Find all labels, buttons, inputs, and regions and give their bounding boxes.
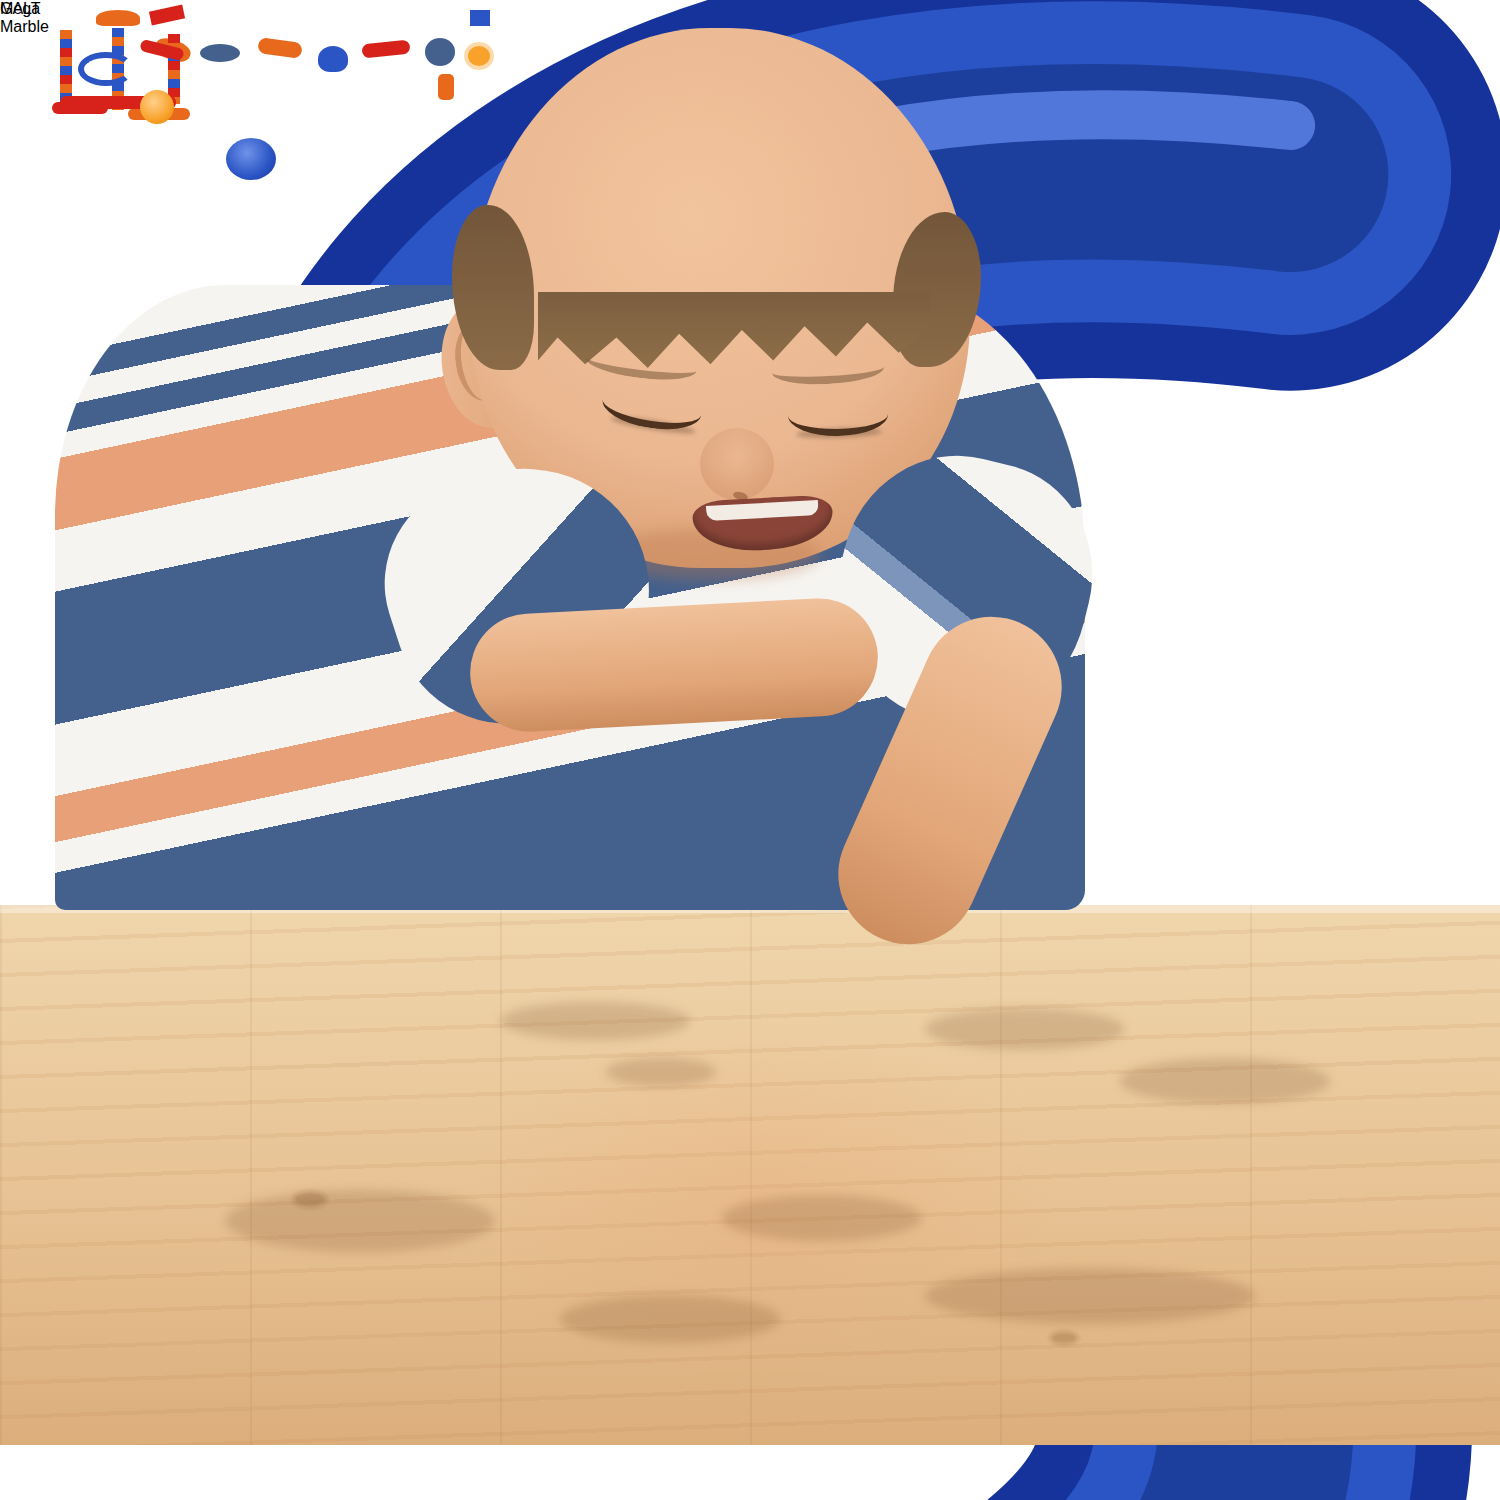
boy-nose — [700, 428, 774, 500]
boy-right-forearm — [467, 595, 881, 734]
shadow — [925, 1008, 1125, 1050]
blue-water-wheel — [150, 90, 350, 230]
shadow — [1120, 1058, 1330, 1104]
shadow — [925, 1268, 1255, 1324]
shadow — [606, 1058, 716, 1086]
shadow — [225, 1190, 495, 1252]
product-photo: GALT Mega Marble — [0, 0, 1500, 1500]
wood-knot — [1052, 1333, 1076, 1343]
shadow — [500, 1002, 690, 1040]
shadow — [560, 1295, 780, 1343]
tube-rim — [2, 0, 74, 18]
shadow — [722, 1195, 922, 1241]
wheel-knob — [226, 138, 276, 180]
wooden-table — [0, 905, 1500, 1445]
